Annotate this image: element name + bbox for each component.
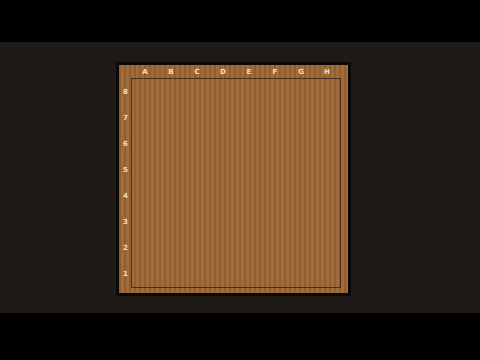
letterbox-bottom	[0, 313, 480, 360]
rank-label-3: 3	[119, 209, 132, 235]
file-label-h: H	[314, 65, 340, 79]
rank-label-8: 8	[119, 79, 132, 105]
rank-label-5: 5	[119, 157, 132, 183]
file-labels: ABCDEFGH	[132, 65, 340, 79]
rank-label-7: 7	[119, 105, 132, 131]
chess-board: ABCDEFGH 87654321	[116, 62, 351, 296]
file-label-f: F	[262, 65, 288, 79]
file-label-d: D	[210, 65, 236, 79]
file-label-g: G	[288, 65, 314, 79]
file-label-a: A	[132, 65, 158, 79]
rank-label-6: 6	[119, 131, 132, 157]
content-area: ABCDEFGH 87654321	[0, 42, 480, 313]
file-label-e: E	[236, 65, 262, 79]
video-frame: ABCDEFGH 87654321	[0, 0, 480, 360]
rank-labels: 87654321	[119, 79, 132, 287]
file-label-c: C	[184, 65, 210, 79]
rank-label-1: 1	[119, 261, 132, 287]
rank-label-4: 4	[119, 183, 132, 209]
letterbox-top	[0, 0, 480, 42]
rank-label-2: 2	[119, 235, 132, 261]
file-label-b: B	[158, 65, 184, 79]
board-grid	[132, 79, 340, 287]
